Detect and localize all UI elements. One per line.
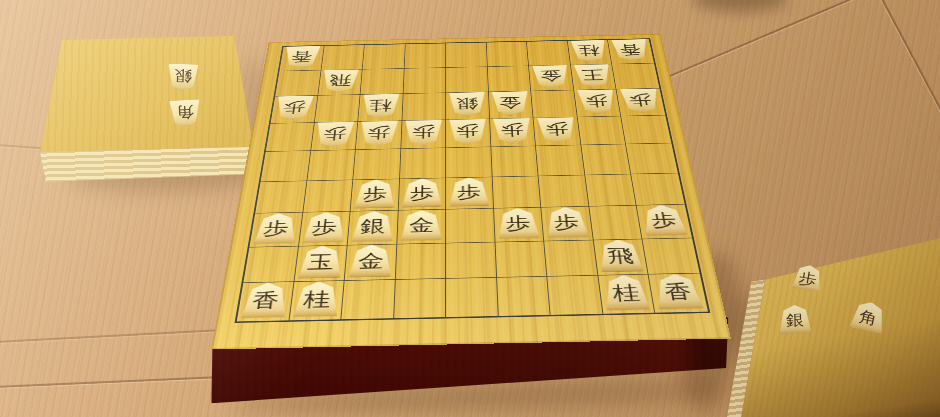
shogi-board-grid: 香桂香飛金王歩桂銀金歩歩歩歩歩歩歩歩歩歩歩歩歩銀金歩歩歩玉金飛香桂桂香	[235, 38, 711, 323]
piece-gote-fu[interactable]: 歩	[493, 118, 532, 144]
square-9a[interactable]: 香	[279, 46, 324, 71]
square-5e[interactable]	[446, 147, 492, 178]
piece-kanji: 歩	[544, 122, 569, 137]
piece-sente-fu[interactable]: 歩	[641, 205, 688, 236]
square-9i[interactable]: 香	[237, 282, 294, 321]
piece-kanji: 王	[581, 68, 605, 81]
piece-sente-fu[interactable]: 歩	[402, 178, 442, 207]
piece-sente-keima[interactable]: 桂	[293, 281, 340, 317]
piece-gote-keima[interactable]: 桂	[362, 94, 400, 119]
square-6c[interactable]	[402, 93, 446, 121]
piece-kanji: 歩	[553, 214, 580, 231]
square-9f[interactable]	[255, 181, 307, 214]
piece-kanji: 銀	[360, 218, 386, 235]
piece-kanji: 歩	[628, 93, 653, 107]
square-6a[interactable]	[404, 43, 446, 68]
square-8d[interactable]: 歩	[311, 122, 359, 151]
square-7d[interactable]: 歩	[356, 121, 402, 150]
square-1d[interactable]	[621, 115, 671, 144]
piece-sente-gyoku[interactable]: 玉	[298, 245, 343, 278]
square-4b[interactable]	[488, 66, 532, 92]
piece-sente-gin[interactable]: 銀	[352, 211, 394, 242]
piece-kanji: 歩	[650, 212, 679, 229]
sente-komadai-top	[690, 215, 940, 417]
square-5a[interactable]	[446, 43, 488, 68]
square-3b[interactable]: 金	[529, 65, 574, 91]
piece-sente-fu[interactable]: 歩	[449, 177, 489, 206]
square-8i[interactable]: 桂	[289, 281, 345, 320]
square-1a[interactable]: 香	[608, 39, 654, 64]
piece-kanji: 歩	[410, 185, 435, 201]
square-2c[interactable]: 歩	[574, 89, 621, 117]
piece-gote-fu[interactable]: 歩	[577, 89, 617, 114]
piece-gote-fu[interactable]: 歩	[620, 88, 661, 113]
piece-kanji: 歩	[282, 100, 307, 114]
square-4g[interactable]: 歩	[494, 208, 545, 243]
piece-gote-fu[interactable]: 歩	[314, 122, 354, 148]
square-7c[interactable]: 桂	[358, 94, 403, 122]
piece-sente-kin[interactable]: 金	[401, 210, 442, 241]
square-6h[interactable]	[395, 243, 446, 280]
piece-gote-fu[interactable]: 歩	[449, 119, 487, 145]
board-top-face: 香桂香飛金王歩桂銀金歩歩歩歩歩歩歩歩歩歩歩歩歩銀金歩歩歩玉金飛香桂桂香	[211, 34, 731, 350]
square-9b[interactable]	[275, 70, 321, 96]
square-5h[interactable]	[446, 242, 497, 279]
square-1f[interactable]	[632, 173, 685, 206]
piece-kanji: 金	[408, 217, 434, 234]
square-3g[interactable]: 歩	[542, 207, 594, 242]
piece-sente-fu[interactable]: 歩	[354, 179, 395, 208]
square-8f[interactable]	[303, 180, 353, 213]
piece-kanji: 歩	[412, 125, 435, 140]
square-9c[interactable]: 歩	[271, 96, 318, 124]
piece-kanji: 歩	[262, 220, 290, 237]
square-5b[interactable]	[446, 67, 489, 93]
square-2g[interactable]	[589, 206, 643, 241]
square-5g[interactable]	[446, 209, 495, 244]
square-2f[interactable]	[585, 174, 637, 207]
piece-kanji: 歩	[311, 219, 338, 236]
piece-sente-fu[interactable]: 歩	[497, 208, 539, 239]
square-8a[interactable]	[321, 45, 365, 70]
piece-sente-fu[interactable]: 歩	[254, 213, 299, 244]
sente-komadai: 歩 銀 角	[690, 215, 940, 417]
square-3i[interactable]	[548, 276, 604, 315]
square-4e[interactable]	[491, 146, 539, 177]
piece-gote-kyosha[interactable]: 香	[283, 46, 320, 69]
square-3a[interactable]	[527, 41, 571, 66]
piece-sente-hisha[interactable]: 飛	[597, 239, 643, 272]
piece-gote-fu[interactable]: 歩	[359, 121, 398, 147]
square-5i[interactable]	[446, 278, 498, 317]
piece-sente-kin[interactable]: 金	[349, 244, 393, 277]
piece-kanji: 歩	[500, 123, 524, 138]
square-2e[interactable]	[581, 144, 631, 175]
square-8c[interactable]	[314, 95, 360, 123]
square-3h[interactable]	[544, 240, 598, 277]
square-4f[interactable]	[492, 176, 541, 209]
piece-kanji: 香	[250, 291, 280, 311]
piece-gote-kin[interactable]: 金	[532, 65, 570, 89]
square-8g[interactable]: 歩	[299, 212, 351, 247]
piece-kanji: 香	[619, 43, 643, 56]
square-9g[interactable]: 歩	[249, 213, 302, 248]
table-surface: 銀 角 香桂香飛金王歩桂銀金歩歩歩歩歩歩歩歩歩歩歩歩歩銀金歩歩歩玉金飛香桂桂香 …	[0, 0, 940, 417]
piece-kanji: 歩	[456, 124, 480, 139]
square-5c[interactable]: 銀	[446, 92, 490, 120]
square-3f[interactable]	[539, 175, 589, 208]
piece-kanji: 桂	[611, 284, 641, 304]
piece-kanji: 歩	[798, 269, 818, 287]
piece-kanji: 飛	[329, 74, 352, 87]
square-4a[interactable]	[486, 42, 529, 67]
square-9d[interactable]	[266, 123, 315, 152]
square-6d[interactable]: 歩	[401, 120, 446, 149]
square-1e[interactable]	[626, 143, 678, 174]
square-6g[interactable]: 金	[397, 210, 446, 245]
square-2h[interactable]: 飛	[594, 239, 649, 276]
square-7f[interactable]: 歩	[351, 179, 400, 212]
square-3d[interactable]: 歩	[534, 117, 582, 146]
piece-kanji: 歩	[322, 126, 347, 141]
square-7b[interactable]	[361, 68, 405, 94]
square-7i[interactable]	[341, 280, 395, 319]
square-6b[interactable]	[403, 68, 446, 94]
square-8h[interactable]: 玉	[294, 245, 348, 282]
square-1c[interactable]: 歩	[617, 89, 666, 117]
square-4c[interactable]: 金	[489, 91, 534, 119]
piece-sente-fu[interactable]: 歩	[545, 207, 589, 238]
square-7h[interactable]: 金	[345, 244, 397, 281]
square-5d[interactable]: 歩	[446, 119, 491, 148]
square-5f[interactable]: 歩	[446, 177, 494, 210]
piece-gote-fu[interactable]: 歩	[404, 120, 442, 146]
square-8b[interactable]: 飛	[318, 69, 363, 95]
square-7e[interactable]	[353, 149, 401, 180]
square-1g[interactable]: 歩	[637, 205, 692, 239]
piece-kanji: 香	[290, 50, 313, 63]
piece-kanji: 桂	[369, 98, 392, 112]
piece-kanji: 歩	[584, 94, 609, 108]
piece-kanji: 玉	[307, 253, 335, 272]
square-9e[interactable]	[261, 151, 311, 182]
square-6i[interactable]	[394, 279, 446, 318]
square-4h[interactable]	[495, 241, 547, 278]
square-1b[interactable]	[612, 63, 659, 89]
square-9h[interactable]	[243, 246, 298, 283]
square-2d[interactable]	[578, 116, 627, 145]
piece-kanji: 歩	[505, 215, 531, 232]
piece-kanji: 歩	[367, 126, 391, 141]
piece-kanji: 銀	[786, 312, 805, 328]
square-2b[interactable]: 王	[571, 64, 617, 90]
piece-gote-fu[interactable]: 歩	[537, 117, 577, 143]
piece-gote-keima[interactable]: 桂	[571, 40, 609, 62]
piece-kanji: 角	[858, 308, 879, 327]
piece-kanji: 金	[539, 69, 562, 82]
square-3c[interactable]	[531, 90, 577, 118]
piece-gote-fu[interactable]: 歩	[274, 96, 314, 121]
square-2i[interactable]: 桂	[598, 275, 655, 314]
piece-kanji: 銀	[456, 97, 479, 111]
piece-gote-gin[interactable]: 銀	[449, 92, 486, 117]
piece-gote-kyosha[interactable]: 香	[611, 39, 650, 61]
square-3e[interactable]	[536, 145, 585, 176]
square-7a[interactable]	[363, 44, 406, 69]
piece-sente-kyosha[interactable]: 香	[241, 282, 289, 318]
piece-kanji: 金	[357, 252, 384, 271]
square-4i[interactable]	[497, 277, 551, 316]
piece-kanji: 歩	[362, 186, 388, 202]
square-7g[interactable]: 銀	[348, 211, 399, 246]
piece-gote-kin[interactable]: 金	[492, 91, 530, 116]
square-4d[interactable]: 歩	[490, 118, 536, 147]
piece-kanji: 歩	[457, 184, 482, 200]
piece-kanji: 飛	[606, 247, 635, 265]
piece-kanji: 金	[499, 96, 522, 110]
square-6f[interactable]: 歩	[398, 178, 446, 211]
square-6e[interactable]	[400, 148, 446, 179]
piece-gote-osho[interactable]: 王	[574, 64, 613, 88]
piece-gote-hisha[interactable]: 飛	[321, 69, 359, 93]
square-8e[interactable]	[307, 150, 356, 181]
piece-kanji: 香	[663, 283, 694, 303]
piece-kanji: 桂	[302, 290, 331, 310]
piece-kanji: 桂	[577, 44, 600, 57]
square-2a[interactable]: 桂	[568, 40, 613, 65]
piece-sente-keima[interactable]: 桂	[602, 275, 650, 311]
piece-sente-fu[interactable]: 歩	[303, 212, 347, 243]
